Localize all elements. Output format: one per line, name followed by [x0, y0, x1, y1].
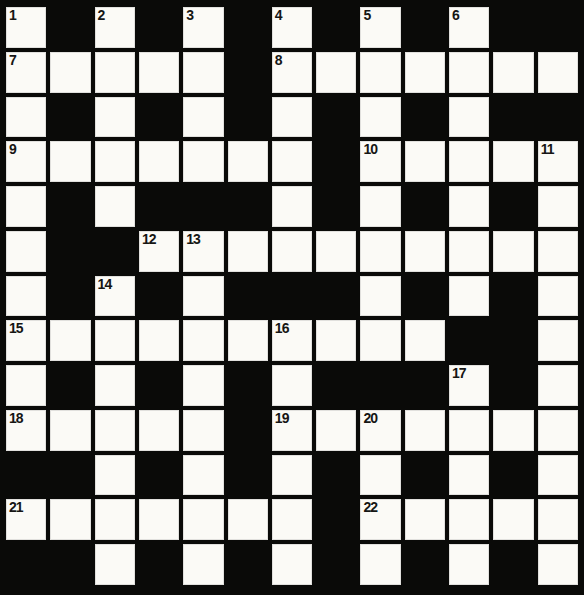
white-cell-r9-c3[interactable]: [95, 365, 135, 406]
white-cell-r7-c11[interactable]: [449, 276, 489, 317]
white-cell-r4-c10[interactable]: [405, 141, 445, 182]
black-cell-r13-c10: [405, 544, 445, 585]
white-cell-r12-c4[interactable]: [139, 499, 179, 540]
white-cell-r5-c13[interactable]: [538, 186, 578, 227]
white-cell-r12-c7[interactable]: [272, 499, 312, 540]
black-cell-r1-c2: [50, 7, 90, 48]
white-cell-r6-c11[interactable]: [449, 231, 489, 272]
white-cell-r9-c11[interactable]: 17: [449, 365, 489, 406]
white-cell-r9-c1[interactable]: [6, 365, 46, 406]
white-cell-r10-c10[interactable]: [405, 410, 445, 451]
black-cell-r11-c10: [405, 455, 445, 496]
white-cell-r10-c3[interactable]: [95, 410, 135, 451]
black-cell-r10-c6: [228, 410, 268, 451]
white-cell-r3-c11[interactable]: [449, 97, 489, 138]
black-cell-r3-c12: [493, 97, 533, 138]
black-cell-r6-c3: [95, 231, 135, 272]
white-cell-r4-c12[interactable]: [493, 141, 533, 182]
white-cell-r12-c12[interactable]: [493, 499, 533, 540]
white-cell-r3-c1[interactable]: [6, 97, 46, 138]
white-cell-r2-c5[interactable]: [183, 52, 223, 93]
white-cell-r2-c13[interactable]: [538, 52, 578, 93]
white-cell-r12-c13[interactable]: [538, 499, 578, 540]
clue-number-3: 3: [186, 7, 193, 24]
black-cell-r9-c9: [360, 365, 400, 406]
white-cell-r3-c3[interactable]: [95, 97, 135, 138]
white-cell-r6-c9[interactable]: [360, 231, 400, 272]
white-cell-r2-c1[interactable]: 7: [6, 52, 46, 93]
black-cell-r13-c8: [316, 544, 356, 585]
white-cell-r8-c1[interactable]: 15: [6, 320, 46, 361]
black-cell-r3-c8: [316, 97, 356, 138]
black-cell-r7-c7: [272, 276, 312, 317]
black-cell-r5-c12: [493, 186, 533, 227]
crossword-board: 12345678910111213141516171819202122: [0, 0, 584, 595]
clue-number-5: 5: [363, 7, 370, 24]
white-cell-r5-c1[interactable]: [6, 186, 46, 227]
black-cell-r11-c1: [6, 455, 46, 496]
white-cell-r6-c6[interactable]: [228, 231, 268, 272]
white-cell-r8-c4[interactable]: [139, 320, 179, 361]
white-cell-r2-c7[interactable]: 8: [272, 52, 312, 93]
white-cell-r8-c8[interactable]: [316, 320, 356, 361]
white-cell-r4-c3[interactable]: [95, 141, 135, 182]
black-cell-r7-c2: [50, 276, 90, 317]
black-cell-r7-c12: [493, 276, 533, 317]
white-cell-r11-c3[interactable]: [95, 455, 135, 496]
black-cell-r3-c10: [405, 97, 445, 138]
white-cell-r6-c12[interactable]: [493, 231, 533, 272]
white-cell-r6-c13[interactable]: [538, 231, 578, 272]
white-cell-r2-c3[interactable]: [95, 52, 135, 93]
white-cell-r6-c8[interactable]: [316, 231, 356, 272]
black-cell-r13-c1: [6, 544, 46, 585]
black-cell-r9-c4: [139, 365, 179, 406]
white-cell-r10-c12[interactable]: [493, 410, 533, 451]
white-cell-r6-c5[interactable]: 13: [183, 231, 223, 272]
white-cell-r7-c3[interactable]: 14: [95, 276, 135, 317]
white-cell-r6-c1[interactable]: [6, 231, 46, 272]
clue-number-7: 7: [9, 52, 16, 69]
black-cell-r6-c2: [50, 231, 90, 272]
white-cell-r12-c9[interactable]: 22: [360, 499, 400, 540]
clue-number-18: 18: [9, 410, 23, 427]
clue-number-13: 13: [186, 231, 200, 248]
clue-number-15: 15: [9, 320, 23, 337]
white-cell-r10-c9[interactable]: 20: [360, 410, 400, 451]
black-cell-r1-c12: [493, 7, 533, 48]
clue-number-12: 12: [142, 231, 156, 248]
white-cell-r9-c13[interactable]: [538, 365, 578, 406]
black-cell-r7-c8: [316, 276, 356, 317]
white-cell-r5-c11[interactable]: [449, 186, 489, 227]
black-cell-r7-c6: [228, 276, 268, 317]
black-cell-r9-c8: [316, 365, 356, 406]
clue-number-6: 6: [452, 7, 459, 24]
white-cell-r1-c3[interactable]: 2: [95, 7, 135, 48]
black-cell-r11-c12: [493, 455, 533, 496]
black-cell-r11-c6: [228, 455, 268, 496]
clue-number-2: 2: [98, 7, 105, 24]
white-cell-r9-c7[interactable]: [272, 365, 312, 406]
clue-number-16: 16: [275, 320, 289, 337]
black-cell-r7-c4: [139, 276, 179, 317]
white-cell-r5-c7[interactable]: [272, 186, 312, 227]
white-cell-r4-c7[interactable]: [272, 141, 312, 182]
white-cell-r10-c11[interactable]: [449, 410, 489, 451]
black-cell-r2-c6: [228, 52, 268, 93]
black-cell-r5-c5: [183, 186, 223, 227]
black-cell-r5-c8: [316, 186, 356, 227]
black-cell-r8-c12: [493, 320, 533, 361]
black-cell-r13-c4: [139, 544, 179, 585]
white-cell-r4-c1[interactable]: 9: [6, 141, 46, 182]
white-cell-r5-c3[interactable]: [95, 186, 135, 227]
black-cell-r5-c6: [228, 186, 268, 227]
white-cell-r4-c9[interactable]: 10: [360, 141, 400, 182]
white-cell-r2-c2[interactable]: [50, 52, 90, 93]
white-cell-r3-c5[interactable]: [183, 97, 223, 138]
white-cell-r5-c9[interactable]: [360, 186, 400, 227]
white-cell-r13-c11[interactable]: [449, 544, 489, 585]
clue-number-14: 14: [98, 276, 112, 293]
white-cell-r7-c13[interactable]: [538, 276, 578, 317]
black-cell-r13-c2: [50, 544, 90, 585]
black-cell-r3-c4: [139, 97, 179, 138]
black-cell-r5-c10: [405, 186, 445, 227]
clue-number-22: 22: [363, 499, 377, 516]
white-cell-r11-c11[interactable]: [449, 455, 489, 496]
black-cell-r9-c6: [228, 365, 268, 406]
white-cell-r8-c6[interactable]: [228, 320, 268, 361]
white-cell-r2-c10[interactable]: [405, 52, 445, 93]
white-cell-r12-c11[interactable]: [449, 499, 489, 540]
white-cell-r4-c2[interactable]: [50, 141, 90, 182]
white-cell-r3-c7[interactable]: [272, 97, 312, 138]
white-cell-r10-c1[interactable]: 18: [6, 410, 46, 451]
white-cell-r2-c4[interactable]: [139, 52, 179, 93]
black-cell-r12-c8: [316, 499, 356, 540]
black-cell-r11-c8: [316, 455, 356, 496]
white-cell-r4-c13[interactable]: 11: [538, 141, 578, 182]
white-cell-r11-c5[interactable]: [183, 455, 223, 496]
white-cell-r6-c4[interactable]: 12: [139, 231, 179, 272]
white-cell-r10-c2[interactable]: [50, 410, 90, 451]
white-cell-r12-c3[interactable]: [95, 499, 135, 540]
white-cell-r10-c5[interactable]: [183, 410, 223, 451]
white-cell-r12-c6[interactable]: [228, 499, 268, 540]
white-cell-r13-c9[interactable]: [360, 544, 400, 585]
white-cell-r4-c11[interactable]: [449, 141, 489, 182]
white-cell-r8-c9[interactable]: [360, 320, 400, 361]
white-cell-r1-c9[interactable]: 5: [360, 7, 400, 48]
black-cell-r5-c2: [50, 186, 90, 227]
black-cell-r11-c2: [50, 455, 90, 496]
white-cell-r12-c1[interactable]: 21: [6, 499, 46, 540]
white-cell-r8-c13[interactable]: [538, 320, 578, 361]
black-cell-r13-c12: [493, 544, 533, 585]
white-cell-r7-c5[interactable]: [183, 276, 223, 317]
black-cell-r11-c4: [139, 455, 179, 496]
white-cell-r1-c1[interactable]: 1: [6, 7, 46, 48]
white-cell-r9-c5[interactable]: [183, 365, 223, 406]
black-cell-r7-c10: [405, 276, 445, 317]
black-cell-r1-c13: [538, 7, 578, 48]
white-cell-r13-c3[interactable]: [95, 544, 135, 585]
white-cell-r12-c2[interactable]: [50, 499, 90, 540]
black-cell-r8-c11: [449, 320, 489, 361]
white-cell-r1-c7[interactable]: 4: [272, 7, 312, 48]
white-cell-r4-c5[interactable]: [183, 141, 223, 182]
white-cell-r2-c8[interactable]: [316, 52, 356, 93]
white-cell-r8-c2[interactable]: [50, 320, 90, 361]
white-cell-r8-c7[interactable]: 16: [272, 320, 312, 361]
clue-number-20: 20: [363, 410, 377, 427]
white-cell-r6-c10[interactable]: [405, 231, 445, 272]
clue-number-21: 21: [9, 499, 23, 516]
white-cell-r4-c4[interactable]: [139, 141, 179, 182]
black-cell-r9-c2: [50, 365, 90, 406]
clue-number-1: 1: [9, 7, 16, 24]
white-cell-r10-c13[interactable]: [538, 410, 578, 451]
black-cell-r4-c8: [316, 141, 356, 182]
white-cell-r1-c5[interactable]: 3: [183, 7, 223, 48]
white-cell-r2-c9[interactable]: [360, 52, 400, 93]
white-cell-r13-c7[interactable]: [272, 544, 312, 585]
black-cell-r1-c6: [228, 7, 268, 48]
clue-number-11: 11: [541, 141, 554, 158]
white-cell-r6-c7[interactable]: [272, 231, 312, 272]
white-cell-r7-c1[interactable]: [6, 276, 46, 317]
black-cell-r1-c8: [316, 7, 356, 48]
clue-number-19: 19: [275, 410, 289, 427]
white-cell-r8-c10[interactable]: [405, 320, 445, 361]
white-cell-r12-c5[interactable]: [183, 499, 223, 540]
black-cell-r3-c6: [228, 97, 268, 138]
white-cell-r11-c9[interactable]: [360, 455, 400, 496]
white-cell-r11-c7[interactable]: [272, 455, 312, 496]
white-cell-r13-c5[interactable]: [183, 544, 223, 585]
white-cell-r7-c9[interactable]: [360, 276, 400, 317]
black-cell-r9-c10: [405, 365, 445, 406]
white-cell-r11-c13[interactable]: [538, 455, 578, 496]
white-cell-r12-c10[interactable]: [405, 499, 445, 540]
black-cell-r5-c4: [139, 186, 179, 227]
clue-number-4: 4: [275, 7, 282, 24]
white-cell-r10-c8[interactable]: [316, 410, 356, 451]
white-cell-r8-c5[interactable]: [183, 320, 223, 361]
clue-number-17: 17: [452, 365, 466, 382]
white-cell-r10-c7[interactable]: 19: [272, 410, 312, 451]
black-cell-r3-c2: [50, 97, 90, 138]
clue-number-9: 9: [9, 141, 16, 158]
white-cell-r2-c11[interactable]: [449, 52, 489, 93]
white-cell-r1-c11[interactable]: 6: [449, 7, 489, 48]
black-cell-r9-c12: [493, 365, 533, 406]
white-cell-r10-c4[interactable]: [139, 410, 179, 451]
white-cell-r13-c13[interactable]: [538, 544, 578, 585]
black-cell-r13-c6: [228, 544, 268, 585]
black-cell-r1-c4: [139, 7, 179, 48]
clue-number-10: 10: [363, 141, 377, 158]
black-cell-r3-c13: [538, 97, 578, 138]
black-cell-r1-c10: [405, 7, 445, 48]
white-cell-r2-c12[interactable]: [493, 52, 533, 93]
white-cell-r3-c9[interactable]: [360, 97, 400, 138]
white-cell-r4-c6[interactable]: [228, 141, 268, 182]
white-cell-r8-c3[interactable]: [95, 320, 135, 361]
clue-number-8: 8: [275, 52, 282, 69]
